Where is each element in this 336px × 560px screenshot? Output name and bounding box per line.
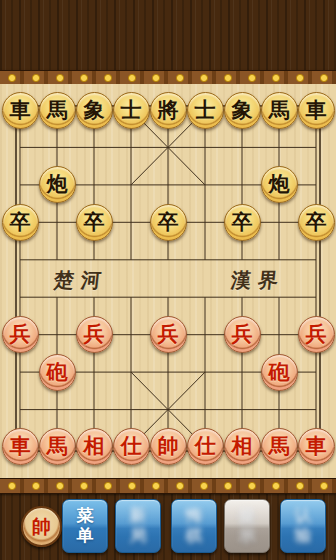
piece-red-仕-f5r9[interactable]: 仕 [187,428,224,465]
hint-button-label: 提示 [237,506,257,545]
piece-black-卒-f0r3[interactable]: 卒 [2,204,39,241]
piece-black-車-f8r0[interactable]: 車 [298,92,335,129]
river-label-left: 楚河 [35,267,128,294]
piece-black-士-f3r0[interactable]: 士 [113,92,150,129]
piece-black-車-f0r0[interactable]: 車 [2,92,39,129]
piece-red-車-f8r9[interactable]: 車 [298,428,335,465]
hint-button[interactable]: 提示 [224,499,270,553]
piece-red-兵-f6r6[interactable]: 兵 [224,316,261,353]
resign-button[interactable]: 认输 [280,499,326,553]
piece-red-兵-f2r6[interactable]: 兵 [76,316,113,353]
undo-button[interactable]: 悔棋 [171,499,217,553]
river-label-right: 漢界 [212,267,305,294]
bottom-rivet-border [0,478,336,494]
piece-black-卒-f8r3[interactable]: 卒 [298,204,335,241]
piece-red-馬-f1r9[interactable]: 馬 [39,428,76,465]
piece-black-馬-f1r0[interactable]: 馬 [39,92,76,129]
menu-button[interactable]: 菜单 [62,499,108,553]
resign-button-label: 认输 [293,506,313,545]
piece-black-卒-f2r3[interactable]: 卒 [76,204,113,241]
turn-indicator-char: 帥 [32,514,51,540]
piece-black-象-f6r0[interactable]: 象 [224,92,261,129]
piece-black-將-f4r0[interactable]: 將 [150,92,187,129]
piece-black-炮-f7r2[interactable]: 炮 [261,166,298,203]
piece-black-卒-f4r3[interactable]: 卒 [150,204,187,241]
piece-black-士-f5r0[interactable]: 士 [187,92,224,129]
piece-red-砲-f1r7[interactable]: 砲 [39,354,76,391]
new-game-button[interactable]: 新局 [115,499,161,553]
piece-red-兵-f0r6[interactable]: 兵 [2,316,39,353]
piece-black-卒-f6r3[interactable]: 卒 [224,204,261,241]
piece-red-馬-f7r9[interactable]: 馬 [261,428,298,465]
turn-indicator-piece: 帥 [21,506,62,547]
piece-red-車-f0r9[interactable]: 車 [2,428,39,465]
piece-red-帥-f4r9[interactable]: 帥 [150,428,187,465]
piece-red-相-f2r9[interactable]: 相 [76,428,113,465]
piece-red-砲-f7r7[interactable]: 砲 [261,354,298,391]
top-wood-frame [0,0,336,70]
undo-button-label: 悔棋 [184,506,204,545]
xiangqi-board[interactable]: 楚河 漢界 車馬象士將士象馬車炮炮卒卒卒卒卒兵兵兵兵兵砲砲車馬相仕帥仕相馬車 [0,84,336,478]
piece-red-仕-f3r9[interactable]: 仕 [113,428,150,465]
piece-black-象-f2r0[interactable]: 象 [76,92,113,129]
piece-red-兵-f4r6[interactable]: 兵 [150,316,187,353]
piece-black-馬-f7r0[interactable]: 馬 [261,92,298,129]
piece-red-兵-f8r6[interactable]: 兵 [298,316,335,353]
menu-button-label: 菜单 [75,506,95,545]
piece-red-相-f6r9[interactable]: 相 [224,428,261,465]
piece-black-炮-f1r2[interactable]: 炮 [39,166,76,203]
new-game-button-label: 新局 [128,506,148,545]
